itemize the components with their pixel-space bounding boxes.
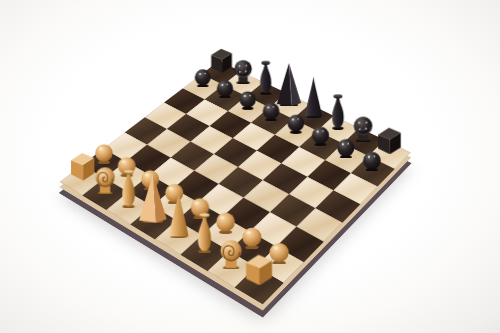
chessboard [60, 61, 411, 304]
piece-white-bishop [119, 167, 138, 209]
piece-black-pawn [262, 101, 281, 122]
piece-white-knight [218, 237, 245, 270]
piece-black-pawn [239, 90, 258, 111]
product-photo-canvas [0, 0, 500, 333]
piece-black-queen [302, 75, 325, 119]
piece-white-king [138, 173, 168, 224]
piece-black-bishop [257, 59, 274, 96]
chessboard-scene [0, 0, 500, 333]
piece-white-rook [243, 253, 275, 287]
piece-black-pawn [362, 150, 382, 172]
piece-white-pawn [94, 142, 114, 164]
piece-white-queen [165, 189, 191, 238]
piece-black-pawn [336, 137, 356, 159]
piece-black-bishop [329, 92, 346, 130]
board-squares [60, 61, 411, 304]
piece-black-pawn [216, 79, 235, 99]
piece-black-knight [232, 57, 254, 84]
piece-black-pawn [286, 113, 305, 134]
piece-white-knight [93, 164, 118, 195]
piece-white-pawn [215, 211, 236, 235]
piece-white-bishop [195, 211, 215, 255]
piece-black-pawn [194, 68, 212, 88]
piece-white-pawn [241, 226, 263, 250]
piece-black-pawn [311, 125, 331, 146]
